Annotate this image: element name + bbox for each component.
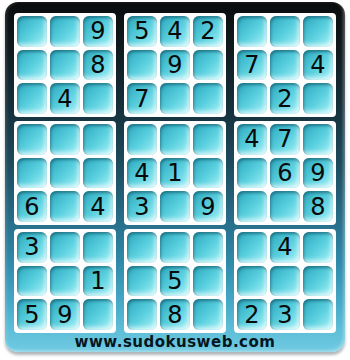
sudoku-board: 9845429774264413947698315958423 www.sudo… (5, 2, 345, 352)
sudoku-box-5: 4139 (124, 121, 226, 225)
sudoku-box-3: 742 (234, 13, 336, 117)
sudoku-cell-r9c9[interactable] (303, 299, 333, 330)
sudoku-cell-r6c8[interactable] (270, 191, 300, 222)
sudoku-cell-r6c6[interactable]: 9 (193, 191, 223, 222)
sudoku-cell-r5c3[interactable] (83, 158, 113, 189)
sudoku-cell-r3c8[interactable]: 2 (270, 83, 300, 114)
sudoku-cell-r4c9[interactable] (303, 124, 333, 155)
sudoku-cell-r1c6[interactable]: 2 (193, 16, 223, 47)
sudoku-cell-r1c4[interactable]: 5 (127, 16, 157, 47)
sudoku-cell-r9c1[interactable]: 5 (17, 299, 47, 330)
sudoku-cell-r3c3[interactable] (83, 83, 113, 114)
sudoku-cell-r7c3[interactable] (83, 232, 113, 263)
sudoku-cell-r9c6[interactable] (193, 299, 223, 330)
sudoku-cell-r7c9[interactable] (303, 232, 333, 263)
sudoku-cell-r8c6[interactable] (193, 266, 223, 297)
sudoku-cell-r3c2[interactable]: 4 (50, 83, 80, 114)
sudoku-box-8: 58 (124, 229, 226, 333)
sudoku-cell-r8c5[interactable]: 5 (160, 266, 190, 297)
sudoku-cell-r2c3[interactable]: 8 (83, 50, 113, 81)
sudoku-cell-r8c7[interactable] (237, 266, 267, 297)
sudoku-cell-r4c8[interactable]: 7 (270, 124, 300, 155)
sudoku-cell-r1c2[interactable] (50, 16, 80, 47)
sudoku-cell-r1c1[interactable] (17, 16, 47, 47)
page: 9845429774264413947698315958423 www.sudo… (0, 0, 350, 360)
sudoku-cell-r2c8[interactable] (270, 50, 300, 81)
sudoku-cell-r2c1[interactable] (17, 50, 47, 81)
sudoku-cell-r9c2[interactable]: 9 (50, 299, 80, 330)
sudoku-cell-r5c7[interactable] (237, 158, 267, 189)
sudoku-cell-r5c4[interactable]: 4 (127, 158, 157, 189)
sudoku-cell-r7c1[interactable]: 3 (17, 232, 47, 263)
sudoku-cell-r1c9[interactable] (303, 16, 333, 47)
sudoku-cell-r7c6[interactable] (193, 232, 223, 263)
sudoku-cell-r2c5[interactable]: 9 (160, 50, 190, 81)
sudoku-cell-r6c1[interactable]: 6 (17, 191, 47, 222)
sudoku-cell-r2c6[interactable] (193, 50, 223, 81)
sudoku-box-7: 3159 (14, 229, 116, 333)
sudoku-cell-r8c8[interactable] (270, 266, 300, 297)
sudoku-cell-r5c5[interactable]: 1 (160, 158, 190, 189)
sudoku-cell-r4c3[interactable] (83, 124, 113, 155)
sudoku-box-1: 984 (14, 13, 116, 117)
sudoku-cell-r3c9[interactable] (303, 83, 333, 114)
sudoku-cell-r9c4[interactable] (127, 299, 157, 330)
sudoku-cell-r6c2[interactable] (50, 191, 80, 222)
sudoku-cell-r7c4[interactable] (127, 232, 157, 263)
sudoku-cell-r2c2[interactable] (50, 50, 80, 81)
sudoku-cell-r2c7[interactable]: 7 (237, 50, 267, 81)
sudoku-cell-r6c7[interactable] (237, 191, 267, 222)
website-url[interactable]: www.sudokusweb.com (5, 333, 345, 352)
sudoku-cell-r6c9[interactable]: 8 (303, 191, 333, 222)
sudoku-box-2: 54297 (124, 13, 226, 117)
sudoku-cell-r5c8[interactable]: 6 (270, 158, 300, 189)
sudoku-cell-r7c2[interactable] (50, 232, 80, 263)
sudoku-box-9: 423 (234, 229, 336, 333)
sudoku-cell-r1c5[interactable]: 4 (160, 16, 190, 47)
sudoku-cell-r7c5[interactable] (160, 232, 190, 263)
sudoku-cell-r2c4[interactable] (127, 50, 157, 81)
sudoku-box-6: 47698 (234, 121, 336, 225)
sudoku-cell-r7c7[interactable] (237, 232, 267, 263)
sudoku-cell-r8c2[interactable] (50, 266, 80, 297)
sudoku-cell-r5c6[interactable] (193, 158, 223, 189)
sudoku-cell-r4c1[interactable] (17, 124, 47, 155)
sudoku-cell-r4c7[interactable]: 4 (237, 124, 267, 155)
sudoku-cell-r9c5[interactable]: 8 (160, 299, 190, 330)
sudoku-cell-r1c8[interactable] (270, 16, 300, 47)
sudoku-cell-r5c1[interactable] (17, 158, 47, 189)
sudoku-cell-r9c3[interactable] (83, 299, 113, 330)
sudoku-cell-r5c9[interactable]: 9 (303, 158, 333, 189)
sudoku-cell-r3c1[interactable] (17, 83, 47, 114)
sudoku-cell-r4c4[interactable] (127, 124, 157, 155)
sudoku-cell-r3c7[interactable] (237, 83, 267, 114)
sudoku-cell-r8c4[interactable] (127, 266, 157, 297)
sudoku-cell-r2c9[interactable]: 4 (303, 50, 333, 81)
sudoku-cell-r6c4[interactable]: 3 (127, 191, 157, 222)
sudoku-cell-r9c8[interactable]: 3 (270, 299, 300, 330)
sudoku-cell-r4c2[interactable] (50, 124, 80, 155)
sudoku-cell-r3c5[interactable] (160, 83, 190, 114)
sudoku-cell-r1c7[interactable] (237, 16, 267, 47)
sudoku-cell-r6c3[interactable]: 4 (83, 191, 113, 222)
sudoku-box-4: 64 (14, 121, 116, 225)
sudoku-cell-r3c4[interactable]: 7 (127, 83, 157, 114)
sudoku-cell-r4c5[interactable] (160, 124, 190, 155)
sudoku-grid: 9845429774264413947698315958423 (14, 13, 336, 333)
sudoku-cell-r4c6[interactable] (193, 124, 223, 155)
sudoku-cell-r8c3[interactable]: 1 (83, 266, 113, 297)
sudoku-cell-r7c8[interactable]: 4 (270, 232, 300, 263)
sudoku-cell-r6c5[interactable] (160, 191, 190, 222)
sudoku-cell-r8c1[interactable] (17, 266, 47, 297)
sudoku-cell-r8c9[interactable] (303, 266, 333, 297)
sudoku-cell-r5c2[interactable] (50, 158, 80, 189)
sudoku-cell-r3c6[interactable] (193, 83, 223, 114)
sudoku-cell-r9c7[interactable]: 2 (237, 299, 267, 330)
sudoku-cell-r1c3[interactable]: 9 (83, 16, 113, 47)
